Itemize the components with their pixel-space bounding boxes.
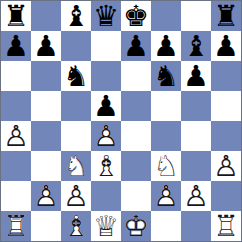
- white-knight[interactable]: ♞♘: [151, 151, 181, 181]
- chess-board: ♜♝♛♚♜♟♟♟♟♝♟♞♞♟♟♟♙♟♙♞♘♝♗♞♘♟♙♟♙♟♙♟♙♟♙♜♖♝♗♛…: [0, 0, 242, 242]
- square-b1[interactable]: [31, 211, 61, 241]
- white-pawn-glyph: ♟: [31, 181, 61, 211]
- square-h1[interactable]: ♜♖: [211, 211, 241, 241]
- square-e3[interactable]: [121, 151, 151, 181]
- black-pawn[interactable]: ♟: [121, 31, 151, 61]
- square-b7[interactable]: ♟: [31, 31, 61, 61]
- white-rook-outline: ♖: [1, 211, 31, 241]
- white-rook[interactable]: ♜♖: [1, 211, 31, 241]
- square-f1[interactable]: [151, 211, 181, 241]
- black-rook[interactable]: ♜: [211, 1, 241, 31]
- square-a7[interactable]: ♟: [1, 31, 31, 61]
- square-c6[interactable]: ♞: [61, 61, 91, 91]
- square-c1[interactable]: ♝♗: [61, 211, 91, 241]
- white-king-outline: ♔: [121, 211, 151, 241]
- square-g4[interactable]: [181, 121, 211, 151]
- white-rook[interactable]: ♜♖: [211, 211, 241, 241]
- black-knight-glyph: ♞: [61, 61, 91, 91]
- white-pawn[interactable]: ♟♙: [181, 181, 211, 211]
- white-queen-glyph: ♛: [91, 211, 121, 241]
- black-queen-glyph: ♛: [91, 1, 121, 31]
- square-f5[interactable]: [151, 91, 181, 121]
- square-h5[interactable]: [211, 91, 241, 121]
- black-queen[interactable]: ♛: [91, 1, 121, 31]
- black-rook-glyph: ♜: [211, 1, 241, 31]
- square-h4[interactable]: [211, 121, 241, 151]
- white-rook-glyph: ♜: [1, 211, 31, 241]
- square-e8[interactable]: ♚: [121, 1, 151, 31]
- black-rook-glyph: ♜: [1, 1, 31, 31]
- square-e5[interactable]: [121, 91, 151, 121]
- square-a8[interactable]: ♜: [1, 1, 31, 31]
- square-c5[interactable]: [61, 91, 91, 121]
- white-pawn[interactable]: ♟♙: [31, 181, 61, 211]
- black-bishop[interactable]: ♝: [181, 31, 211, 61]
- square-e1[interactable]: ♚♔: [121, 211, 151, 241]
- white-pawn[interactable]: ♟♙: [61, 181, 91, 211]
- square-d8[interactable]: ♛: [91, 1, 121, 31]
- black-king[interactable]: ♚: [121, 1, 151, 31]
- square-b2[interactable]: ♟♙: [31, 181, 61, 211]
- black-rook[interactable]: ♜: [1, 1, 31, 31]
- white-king-glyph: ♚: [121, 211, 151, 241]
- white-pawn-glyph: ♟: [181, 181, 211, 211]
- square-c4[interactable]: [61, 121, 91, 151]
- black-bishop-glyph: ♝: [61, 1, 91, 31]
- square-e2[interactable]: [121, 181, 151, 211]
- square-a5[interactable]: [1, 91, 31, 121]
- square-d3[interactable]: ♝♗: [91, 151, 121, 181]
- black-pawn-glyph: ♟: [151, 31, 181, 61]
- white-bishop[interactable]: ♝♗: [61, 211, 91, 241]
- square-f3[interactable]: ♞♘: [151, 151, 181, 181]
- white-bishop-outline: ♗: [91, 151, 121, 181]
- square-d2[interactable]: [91, 181, 121, 211]
- square-b3[interactable]: [31, 151, 61, 181]
- white-king[interactable]: ♚♔: [121, 211, 151, 241]
- black-pawn[interactable]: ♟: [181, 61, 211, 91]
- black-pawn[interactable]: ♟: [211, 31, 241, 61]
- square-d6[interactable]: [91, 61, 121, 91]
- square-a1[interactable]: ♜♖: [1, 211, 31, 241]
- white-bishop-glyph: ♝: [91, 151, 121, 181]
- square-h8[interactable]: ♜: [211, 1, 241, 31]
- square-f6[interactable]: ♞: [151, 61, 181, 91]
- square-c3[interactable]: ♞♘: [61, 151, 91, 181]
- square-a2[interactable]: [1, 181, 31, 211]
- black-pawn[interactable]: ♟: [31, 31, 61, 61]
- square-c2[interactable]: ♟♙: [61, 181, 91, 211]
- black-pawn-glyph: ♟: [1, 31, 31, 61]
- square-b5[interactable]: [31, 91, 61, 121]
- white-pawn-glyph: ♟: [61, 181, 91, 211]
- square-g3[interactable]: [181, 151, 211, 181]
- square-g8[interactable]: [181, 1, 211, 31]
- square-b4[interactable]: [31, 121, 61, 151]
- white-queen-outline: ♕: [91, 211, 121, 241]
- black-knight-glyph: ♞: [151, 61, 181, 91]
- square-f8[interactable]: [151, 1, 181, 31]
- white-pawn-glyph: ♟: [211, 151, 241, 181]
- black-knight[interactable]: ♞: [151, 61, 181, 91]
- square-f4[interactable]: [151, 121, 181, 151]
- black-bishop[interactable]: ♝: [61, 1, 91, 31]
- square-e6[interactable]: [121, 61, 151, 91]
- white-pawn-glyph: ♟: [91, 121, 121, 151]
- black-pawn-glyph: ♟: [91, 91, 121, 121]
- black-pawn-glyph: ♟: [181, 61, 211, 91]
- black-pawn[interactable]: ♟: [91, 91, 121, 121]
- white-rook-glyph: ♜: [211, 211, 241, 241]
- square-f2[interactable]: ♟♙: [151, 181, 181, 211]
- white-pawn-outline: ♙: [211, 151, 241, 181]
- black-bishop-glyph: ♝: [181, 31, 211, 61]
- white-pawn-outline: ♙: [91, 121, 121, 151]
- square-c8[interactable]: ♝: [61, 1, 91, 31]
- white-pawn-outline: ♙: [1, 121, 31, 151]
- white-knight[interactable]: ♞♘: [61, 151, 91, 181]
- white-pawn[interactable]: ♟♙: [151, 181, 181, 211]
- square-d1[interactable]: ♛♕: [91, 211, 121, 241]
- square-a3[interactable]: [1, 151, 31, 181]
- white-pawn[interactable]: ♟♙: [91, 121, 121, 151]
- white-pawn-outline: ♙: [181, 181, 211, 211]
- square-f7[interactable]: ♟: [151, 31, 181, 61]
- white-bishop-outline: ♗: [61, 211, 91, 241]
- square-g6[interactable]: ♟: [181, 61, 211, 91]
- square-h3[interactable]: ♟♙: [211, 151, 241, 181]
- square-g1[interactable]: [181, 211, 211, 241]
- black-pawn[interactable]: ♟: [151, 31, 181, 61]
- square-h6[interactable]: [211, 61, 241, 91]
- square-e7[interactable]: ♟: [121, 31, 151, 61]
- square-h2[interactable]: [211, 181, 241, 211]
- black-pawn[interactable]: ♟: [1, 31, 31, 61]
- white-pawn-glyph: ♟: [151, 181, 181, 211]
- square-g5[interactable]: [181, 91, 211, 121]
- square-h7[interactable]: ♟: [211, 31, 241, 61]
- square-a4[interactable]: ♟♙: [1, 121, 31, 151]
- square-e4[interactable]: [121, 121, 151, 151]
- white-knight-glyph: ♞: [61, 151, 91, 181]
- white-pawn-outline: ♙: [61, 181, 91, 211]
- black-pawn-glyph: ♟: [211, 31, 241, 61]
- white-pawn[interactable]: ♟♙: [211, 151, 241, 181]
- black-pawn-glyph: ♟: [121, 31, 151, 61]
- white-knight-outline: ♘: [61, 151, 91, 181]
- white-pawn-outline: ♙: [151, 181, 181, 211]
- white-pawn-glyph: ♟: [1, 121, 31, 151]
- black-pawn-glyph: ♟: [31, 31, 61, 61]
- square-d7[interactable]: [91, 31, 121, 61]
- square-b6[interactable]: [31, 61, 61, 91]
- white-queen[interactable]: ♛♕: [91, 211, 121, 241]
- white-rook-outline: ♖: [211, 211, 241, 241]
- square-d5[interactable]: ♟: [91, 91, 121, 121]
- square-a6[interactable]: [1, 61, 31, 91]
- square-d4[interactable]: ♟♙: [91, 121, 121, 151]
- square-g2[interactable]: ♟♙: [181, 181, 211, 211]
- black-king-glyph: ♚: [121, 1, 151, 31]
- black-knight[interactable]: ♞: [61, 61, 91, 91]
- white-bishop[interactable]: ♝♗: [91, 151, 121, 181]
- white-knight-glyph: ♞: [151, 151, 181, 181]
- white-bishop-glyph: ♝: [61, 211, 91, 241]
- white-pawn[interactable]: ♟♙: [1, 121, 31, 151]
- white-knight-outline: ♘: [151, 151, 181, 181]
- square-b8[interactable]: [31, 1, 61, 31]
- white-pawn-outline: ♙: [31, 181, 61, 211]
- square-g7[interactable]: ♝: [181, 31, 211, 61]
- square-c7[interactable]: [61, 31, 91, 61]
